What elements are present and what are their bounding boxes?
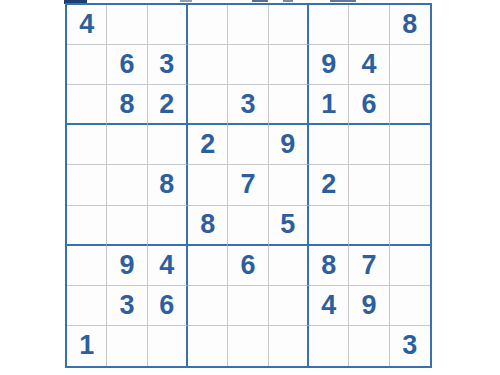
cell-r1c1[interactable]: 4 [67, 5, 107, 45]
cell-r2c4[interactable] [188, 45, 228, 85]
cell-r8c8[interactable]: 9 [349, 286, 389, 326]
cell-r8c2[interactable]: 3 [107, 286, 147, 326]
cell-r4c5[interactable] [228, 125, 268, 165]
cell-r9c7[interactable] [309, 326, 349, 366]
given-digit: 9 [361, 290, 376, 321]
cell-r1c7[interactable] [309, 5, 349, 45]
cell-r7c1[interactable] [67, 246, 107, 286]
cell-r5c8[interactable] [349, 165, 389, 205]
cell-r2c5[interactable] [228, 45, 268, 85]
cell-r9c5[interactable] [228, 326, 268, 366]
cropped-text-artifact [180, 0, 192, 2]
given-digit: 8 [159, 169, 174, 200]
cell-r8c5[interactable] [228, 286, 268, 326]
cell-r5c4[interactable] [188, 165, 228, 205]
cell-r8c9[interactable] [390, 286, 430, 326]
cell-r8c4[interactable] [188, 286, 228, 326]
given-digit: 3 [240, 89, 255, 120]
cell-r2c9[interactable] [390, 45, 430, 85]
given-digit: 8 [119, 89, 134, 120]
cell-r9c8[interactable] [349, 326, 389, 366]
cell-r7c4[interactable] [188, 246, 228, 286]
cell-r7c3[interactable]: 4 [148, 246, 188, 286]
cell-r1c2[interactable] [107, 5, 147, 45]
cell-r1c3[interactable] [148, 5, 188, 45]
cell-r6c1[interactable] [67, 206, 107, 246]
given-digit: 5 [280, 209, 295, 240]
given-digit: 8 [402, 9, 417, 40]
given-digit: 2 [200, 129, 215, 160]
cell-r8c3[interactable]: 6 [148, 286, 188, 326]
given-digit: 6 [240, 250, 255, 281]
cell-r1c5[interactable] [228, 5, 268, 45]
given-digit: 6 [159, 290, 174, 321]
sudoku-board: 48639482316298728594687364913 [65, 3, 432, 368]
cell-r9c6[interactable] [269, 326, 309, 366]
cell-r3c8[interactable]: 6 [349, 85, 389, 125]
cell-r6c7[interactable] [309, 206, 349, 246]
cell-r1c4[interactable] [188, 5, 228, 45]
cell-r2c7[interactable]: 9 [309, 45, 349, 85]
sudoku-screenshot: 48639482316298728594687364913 [0, 0, 500, 375]
given-digit: 7 [361, 250, 376, 281]
cell-r2c6[interactable] [269, 45, 309, 85]
cell-r3c2[interactable]: 8 [107, 85, 147, 125]
cell-r9c2[interactable] [107, 326, 147, 366]
cell-r7c8[interactable]: 7 [349, 246, 389, 286]
cell-r9c3[interactable] [148, 326, 188, 366]
given-digit: 3 [119, 290, 134, 321]
cell-r4c6[interactable]: 9 [269, 125, 309, 165]
cell-r6c5[interactable] [228, 206, 268, 246]
cell-r3c9[interactable] [390, 85, 430, 125]
given-digit: 9 [321, 49, 336, 80]
cell-r4c2[interactable] [107, 125, 147, 165]
given-digit: 8 [321, 250, 336, 281]
cell-r9c1[interactable]: 1 [67, 326, 107, 366]
cell-r2c3[interactable]: 3 [148, 45, 188, 85]
cell-r7c6[interactable] [269, 246, 309, 286]
cell-r5c2[interactable] [107, 165, 147, 205]
cell-r5c7[interactable]: 2 [309, 165, 349, 205]
given-digit: 4 [79, 9, 94, 40]
cropped-text-artifact [330, 0, 356, 2]
cell-r2c2[interactable]: 6 [107, 45, 147, 85]
cell-r7c2[interactable]: 9 [107, 246, 147, 286]
given-digit: 7 [240, 169, 255, 200]
given-digit: 9 [280, 129, 295, 160]
given-digit: 8 [200, 209, 215, 240]
given-digit: 4 [321, 290, 336, 321]
given-digit: 4 [159, 250, 174, 281]
given-digit: 6 [119, 49, 134, 80]
cell-r3c7[interactable]: 1 [309, 85, 349, 125]
cell-r5c6[interactable] [269, 165, 309, 205]
given-digit: 2 [321, 169, 336, 200]
given-digit: 3 [402, 330, 417, 361]
cell-r4c4[interactable]: 2 [188, 125, 228, 165]
cell-r6c2[interactable] [107, 206, 147, 246]
cell-r3c5[interactable]: 3 [228, 85, 268, 125]
cell-r8c7[interactable]: 4 [309, 286, 349, 326]
cell-r5c9[interactable] [390, 165, 430, 205]
cell-r9c4[interactable] [188, 326, 228, 366]
cell-r5c3[interactable]: 8 [148, 165, 188, 205]
given-digit: 1 [321, 89, 336, 120]
given-digit: 6 [361, 89, 376, 120]
cell-r4c7[interactable] [309, 125, 349, 165]
cell-r2c8[interactable]: 4 [349, 45, 389, 85]
cell-r7c9[interactable] [390, 246, 430, 286]
cell-r8c1[interactable] [67, 286, 107, 326]
cell-r6c3[interactable] [148, 206, 188, 246]
cell-r3c3[interactable]: 2 [148, 85, 188, 125]
cell-r1c8[interactable] [349, 5, 389, 45]
given-digit: 1 [79, 330, 94, 361]
cell-r6c8[interactable] [349, 206, 389, 246]
given-digit: 2 [159, 89, 174, 120]
given-digit: 9 [119, 250, 134, 281]
cell-r5c5[interactable]: 7 [228, 165, 268, 205]
given-digit: 4 [361, 49, 376, 80]
cell-r4c1[interactable] [67, 125, 107, 165]
cell-r2c1[interactable] [67, 45, 107, 85]
cell-r6c6[interactable]: 5 [269, 206, 309, 246]
cell-r7c5[interactable]: 6 [228, 246, 268, 286]
cell-r4c3[interactable] [148, 125, 188, 165]
cell-r1c6[interactable] [269, 5, 309, 45]
cropped-text-artifact [252, 0, 268, 2]
cell-r9c9[interactable]: 3 [390, 326, 430, 366]
cropped-text-artifact [283, 0, 293, 2]
cell-r4c8[interactable] [349, 125, 389, 165]
cell-r6c4[interactable]: 8 [188, 206, 228, 246]
cell-r4c9[interactable] [390, 125, 430, 165]
cell-r7c7[interactable]: 8 [309, 246, 349, 286]
cell-r3c4[interactable] [188, 85, 228, 125]
cell-r6c9[interactable] [390, 206, 430, 246]
cell-r3c1[interactable] [67, 85, 107, 125]
given-digit: 3 [159, 49, 174, 80]
cell-r5c1[interactable] [67, 165, 107, 205]
cell-r1c9[interactable]: 8 [390, 5, 430, 45]
cell-r8c6[interactable] [269, 286, 309, 326]
cell-r3c6[interactable] [269, 85, 309, 125]
